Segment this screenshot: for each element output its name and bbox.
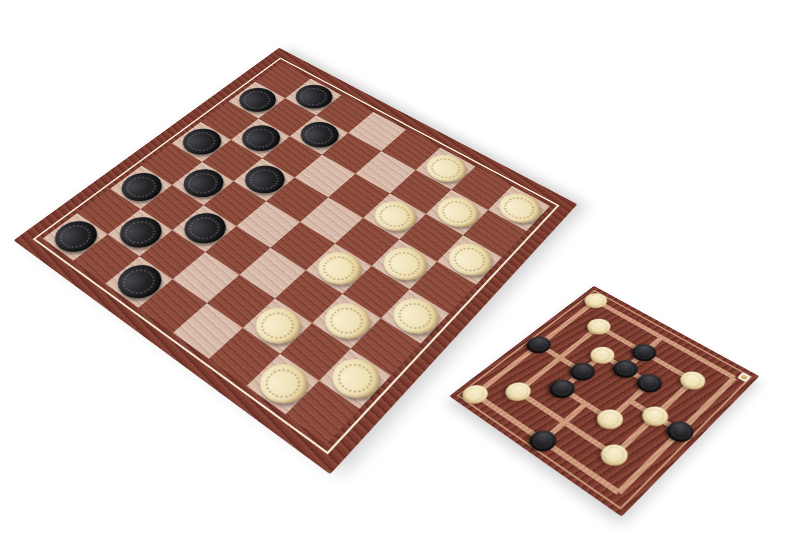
cream-checker-b1[interactable]: [322, 351, 388, 406]
square-d4[interactable]: [270, 222, 335, 270]
square-d1[interactable]: [381, 289, 449, 343]
cream-checker-d3[interactable]: [309, 246, 369, 292]
square-a5[interactable]: [138, 279, 207, 333]
square-b3[interactable]: [243, 298, 312, 353]
square-b6[interactable]: [140, 230, 206, 279]
square-d2[interactable]: [343, 266, 410, 318]
square-c4[interactable]: [239, 248, 305, 299]
cream-checker-f1[interactable]: [440, 237, 499, 282]
square-a1[interactable]: [286, 381, 360, 444]
morris-line: [540, 402, 588, 443]
square-c2[interactable]: [312, 294, 381, 349]
square-e3[interactable]: [335, 218, 399, 266]
square-f1[interactable]: [437, 235, 502, 285]
cream-morris-man-e3[interactable]: [592, 405, 629, 433]
morris-line: [612, 379, 695, 456]
morris-line: [472, 393, 621, 496]
square-c1[interactable]: [351, 318, 421, 375]
morris-line: [517, 390, 617, 457]
cream-morris-man-f2[interactable]: [595, 440, 633, 470]
square-e1[interactable]: [410, 262, 477, 314]
morris-line: [608, 382, 652, 421]
nine-mens-morris-board[interactable]: [449, 286, 759, 517]
morris-line: [560, 387, 611, 421]
cream-checker-e2[interactable]: [375, 241, 435, 286]
morris-line: [616, 376, 737, 495]
square-d3[interactable]: [306, 244, 372, 294]
square-a2[interactable]: [246, 354, 319, 415]
black-morris-man-d1[interactable]: [524, 427, 562, 456]
morris-line: [628, 399, 682, 434]
square-b1[interactable]: [319, 349, 391, 409]
product-photo-scene: [0, 0, 800, 535]
cream-checker-a2[interactable]: [250, 356, 316, 411]
square-a4[interactable]: [173, 303, 243, 359]
black-checker-a6[interactable]: [108, 259, 169, 306]
square-b2[interactable]: [280, 323, 351, 381]
square-a3[interactable]: [209, 328, 280, 386]
square-c3[interactable]: [275, 270, 343, 323]
cream-checker-c2[interactable]: [315, 296, 378, 346]
square-b4[interactable]: [207, 275, 275, 328]
square-c5[interactable]: [205, 226, 270, 275]
morris-mat[interactable]: [449, 286, 759, 517]
cream-morris-man-f4[interactable]: [637, 402, 673, 430]
square-a6[interactable]: [105, 256, 172, 307]
square-b5[interactable]: [173, 252, 240, 303]
square-a7[interactable]: [73, 234, 139, 283]
cream-checker-d1[interactable]: [384, 292, 446, 342]
square-e2[interactable]: [372, 239, 437, 289]
cream-checker-b3[interactable]: [246, 301, 309, 351]
black-morris-man-g4[interactable]: [662, 418, 699, 447]
